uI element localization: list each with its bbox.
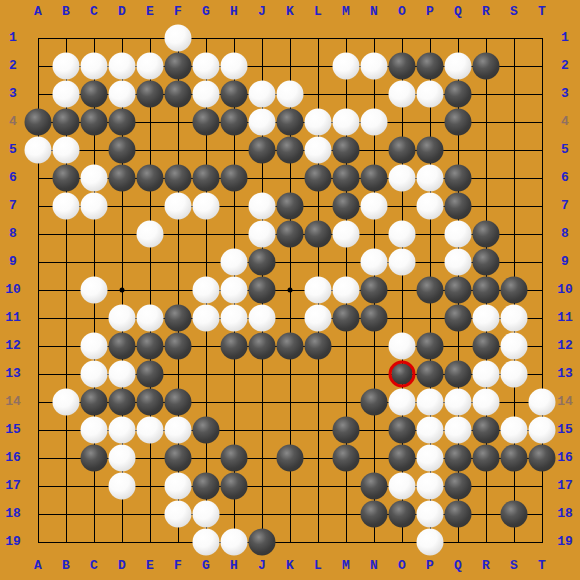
intersection-B9[interactable] bbox=[52, 248, 80, 276]
intersection-K10[interactable] bbox=[276, 276, 304, 304]
intersection-C4[interactable] bbox=[80, 108, 108, 136]
intersection-C6[interactable] bbox=[80, 164, 108, 192]
intersection-P11[interactable] bbox=[416, 304, 444, 332]
intersection-J7[interactable] bbox=[248, 192, 276, 220]
intersection-F15[interactable] bbox=[164, 416, 192, 444]
intersection-H11[interactable] bbox=[220, 304, 248, 332]
intersection-D3[interactable] bbox=[108, 80, 136, 108]
intersection-O17[interactable] bbox=[388, 472, 416, 500]
intersection-H17[interactable] bbox=[220, 472, 248, 500]
intersection-M18[interactable] bbox=[332, 500, 360, 528]
intersection-J12[interactable] bbox=[248, 332, 276, 360]
intersection-O3[interactable] bbox=[388, 80, 416, 108]
intersection-K2[interactable] bbox=[276, 52, 304, 80]
intersection-A15[interactable] bbox=[24, 416, 52, 444]
intersection-L12[interactable] bbox=[304, 332, 332, 360]
intersection-S3[interactable] bbox=[500, 80, 528, 108]
intersection-G6[interactable] bbox=[192, 164, 220, 192]
intersection-H16[interactable] bbox=[220, 444, 248, 472]
intersection-C16[interactable] bbox=[80, 444, 108, 472]
intersection-J17[interactable] bbox=[248, 472, 276, 500]
intersection-K17[interactable] bbox=[276, 472, 304, 500]
intersection-M2[interactable] bbox=[332, 52, 360, 80]
intersection-P5[interactable] bbox=[416, 136, 444, 164]
intersection-B5[interactable] bbox=[52, 136, 80, 164]
intersection-Q1[interactable] bbox=[444, 24, 472, 52]
intersection-F8[interactable] bbox=[164, 220, 192, 248]
intersection-E7[interactable] bbox=[136, 192, 164, 220]
intersection-O13[interactable] bbox=[388, 360, 416, 388]
intersection-L8[interactable] bbox=[304, 220, 332, 248]
intersection-S2[interactable] bbox=[500, 52, 528, 80]
intersection-S10[interactable] bbox=[500, 276, 528, 304]
intersection-P12[interactable] bbox=[416, 332, 444, 360]
intersection-C13[interactable] bbox=[80, 360, 108, 388]
intersection-M13[interactable] bbox=[332, 360, 360, 388]
intersection-R12[interactable] bbox=[472, 332, 500, 360]
intersection-O14[interactable] bbox=[388, 388, 416, 416]
intersection-C19[interactable] bbox=[80, 528, 108, 556]
intersection-B3[interactable] bbox=[52, 80, 80, 108]
intersection-G4[interactable] bbox=[192, 108, 220, 136]
intersection-P7[interactable] bbox=[416, 192, 444, 220]
intersection-J4[interactable] bbox=[248, 108, 276, 136]
intersection-K7[interactable] bbox=[276, 192, 304, 220]
intersection-D7[interactable] bbox=[108, 192, 136, 220]
intersection-S17[interactable] bbox=[500, 472, 528, 500]
intersection-Q16[interactable] bbox=[444, 444, 472, 472]
intersection-E3[interactable] bbox=[136, 80, 164, 108]
intersection-F6[interactable] bbox=[164, 164, 192, 192]
intersection-L17[interactable] bbox=[304, 472, 332, 500]
intersection-C2[interactable] bbox=[80, 52, 108, 80]
intersection-K1[interactable] bbox=[276, 24, 304, 52]
intersection-N17[interactable] bbox=[360, 472, 388, 500]
intersection-D5[interactable] bbox=[108, 136, 136, 164]
intersection-B16[interactable] bbox=[52, 444, 80, 472]
intersection-L7[interactable] bbox=[304, 192, 332, 220]
intersection-D2[interactable] bbox=[108, 52, 136, 80]
intersection-K11[interactable] bbox=[276, 304, 304, 332]
intersection-N12[interactable] bbox=[360, 332, 388, 360]
intersection-K12[interactable] bbox=[276, 332, 304, 360]
intersection-F14[interactable] bbox=[164, 388, 192, 416]
intersection-M4[interactable] bbox=[332, 108, 360, 136]
intersection-D16[interactable] bbox=[108, 444, 136, 472]
intersection-B4[interactable] bbox=[52, 108, 80, 136]
intersection-O4[interactable] bbox=[388, 108, 416, 136]
intersection-H4[interactable] bbox=[220, 108, 248, 136]
intersection-R1[interactable] bbox=[472, 24, 500, 52]
intersection-R19[interactable] bbox=[472, 528, 500, 556]
intersection-L11[interactable] bbox=[304, 304, 332, 332]
intersection-F5[interactable] bbox=[164, 136, 192, 164]
intersection-S15[interactable] bbox=[500, 416, 528, 444]
intersection-R18[interactable] bbox=[472, 500, 500, 528]
intersection-A7[interactable] bbox=[24, 192, 52, 220]
intersection-M16[interactable] bbox=[332, 444, 360, 472]
intersection-J6[interactable] bbox=[248, 164, 276, 192]
intersection-B11[interactable] bbox=[52, 304, 80, 332]
intersection-A10[interactable] bbox=[24, 276, 52, 304]
intersection-R7[interactable] bbox=[472, 192, 500, 220]
intersection-C5[interactable] bbox=[80, 136, 108, 164]
intersection-M9[interactable] bbox=[332, 248, 360, 276]
intersection-N11[interactable] bbox=[360, 304, 388, 332]
intersection-G18[interactable] bbox=[192, 500, 220, 528]
intersection-G14[interactable] bbox=[192, 388, 220, 416]
intersection-D19[interactable] bbox=[108, 528, 136, 556]
intersection-J15[interactable] bbox=[248, 416, 276, 444]
intersection-B19[interactable] bbox=[52, 528, 80, 556]
intersection-R4[interactable] bbox=[472, 108, 500, 136]
intersection-M1[interactable] bbox=[332, 24, 360, 52]
intersection-J8[interactable] bbox=[248, 220, 276, 248]
intersection-J9[interactable] bbox=[248, 248, 276, 276]
intersection-C12[interactable] bbox=[80, 332, 108, 360]
intersection-C7[interactable] bbox=[80, 192, 108, 220]
intersection-O5[interactable] bbox=[388, 136, 416, 164]
intersection-P3[interactable] bbox=[416, 80, 444, 108]
intersection-S16[interactable] bbox=[500, 444, 528, 472]
intersection-C1[interactable] bbox=[80, 24, 108, 52]
intersection-P16[interactable] bbox=[416, 444, 444, 472]
intersection-A3[interactable] bbox=[24, 80, 52, 108]
intersection-G19[interactable] bbox=[192, 528, 220, 556]
intersection-R2[interactable] bbox=[472, 52, 500, 80]
intersection-N2[interactable] bbox=[360, 52, 388, 80]
intersection-K5[interactable] bbox=[276, 136, 304, 164]
intersection-K13[interactable] bbox=[276, 360, 304, 388]
intersection-C11[interactable] bbox=[80, 304, 108, 332]
intersection-E6[interactable] bbox=[136, 164, 164, 192]
intersection-N10[interactable] bbox=[360, 276, 388, 304]
intersection-Q7[interactable] bbox=[444, 192, 472, 220]
intersection-Q11[interactable] bbox=[444, 304, 472, 332]
intersection-Q9[interactable] bbox=[444, 248, 472, 276]
intersection-P4[interactable] bbox=[416, 108, 444, 136]
intersection-P1[interactable] bbox=[416, 24, 444, 52]
intersection-H9[interactable] bbox=[220, 248, 248, 276]
intersection-D17[interactable] bbox=[108, 472, 136, 500]
intersection-F2[interactable] bbox=[164, 52, 192, 80]
intersection-S8[interactable] bbox=[500, 220, 528, 248]
intersection-L18[interactable] bbox=[304, 500, 332, 528]
intersection-G2[interactable] bbox=[192, 52, 220, 80]
intersection-D6[interactable] bbox=[108, 164, 136, 192]
intersection-N8[interactable] bbox=[360, 220, 388, 248]
intersection-O2[interactable] bbox=[388, 52, 416, 80]
intersection-O18[interactable] bbox=[388, 500, 416, 528]
intersection-Q10[interactable] bbox=[444, 276, 472, 304]
intersection-D14[interactable] bbox=[108, 388, 136, 416]
intersection-E5[interactable] bbox=[136, 136, 164, 164]
intersection-N13[interactable] bbox=[360, 360, 388, 388]
intersection-D11[interactable] bbox=[108, 304, 136, 332]
intersection-B2[interactable] bbox=[52, 52, 80, 80]
intersection-N9[interactable] bbox=[360, 248, 388, 276]
intersection-C9[interactable] bbox=[80, 248, 108, 276]
intersection-H7[interactable] bbox=[220, 192, 248, 220]
intersection-K9[interactable] bbox=[276, 248, 304, 276]
intersection-D4[interactable] bbox=[108, 108, 136, 136]
intersection-L2[interactable] bbox=[304, 52, 332, 80]
intersection-E2[interactable] bbox=[136, 52, 164, 80]
intersection-L5[interactable] bbox=[304, 136, 332, 164]
intersection-E13[interactable] bbox=[136, 360, 164, 388]
intersection-A12[interactable] bbox=[24, 332, 52, 360]
intersection-P14[interactable] bbox=[416, 388, 444, 416]
intersection-M6[interactable] bbox=[332, 164, 360, 192]
intersection-R9[interactable] bbox=[472, 248, 500, 276]
intersection-F4[interactable] bbox=[164, 108, 192, 136]
intersection-K3[interactable] bbox=[276, 80, 304, 108]
intersection-H19[interactable] bbox=[220, 528, 248, 556]
intersection-P9[interactable] bbox=[416, 248, 444, 276]
intersection-S11[interactable] bbox=[500, 304, 528, 332]
intersection-B1[interactable] bbox=[52, 24, 80, 52]
intersection-F1[interactable] bbox=[164, 24, 192, 52]
intersection-P6[interactable] bbox=[416, 164, 444, 192]
intersection-O6[interactable] bbox=[388, 164, 416, 192]
intersection-G11[interactable] bbox=[192, 304, 220, 332]
intersection-P10[interactable] bbox=[416, 276, 444, 304]
intersection-Q19[interactable] bbox=[444, 528, 472, 556]
intersection-F11[interactable] bbox=[164, 304, 192, 332]
intersection-J10[interactable] bbox=[248, 276, 276, 304]
intersection-P8[interactable] bbox=[416, 220, 444, 248]
intersection-S12[interactable] bbox=[500, 332, 528, 360]
intersection-Q4[interactable] bbox=[444, 108, 472, 136]
intersection-R16[interactable] bbox=[472, 444, 500, 472]
intersection-D1[interactable] bbox=[108, 24, 136, 52]
intersection-P18[interactable] bbox=[416, 500, 444, 528]
intersection-C17[interactable] bbox=[80, 472, 108, 500]
intersection-O15[interactable] bbox=[388, 416, 416, 444]
intersection-S18[interactable] bbox=[500, 500, 528, 528]
intersection-C8[interactable] bbox=[80, 220, 108, 248]
intersection-M15[interactable] bbox=[332, 416, 360, 444]
intersection-B13[interactable] bbox=[52, 360, 80, 388]
intersection-L13[interactable] bbox=[304, 360, 332, 388]
intersection-K18[interactable] bbox=[276, 500, 304, 528]
intersection-R6[interactable] bbox=[472, 164, 500, 192]
intersection-H14[interactable] bbox=[220, 388, 248, 416]
intersection-B6[interactable] bbox=[52, 164, 80, 192]
intersection-S1[interactable] bbox=[500, 24, 528, 52]
intersection-S9[interactable] bbox=[500, 248, 528, 276]
intersection-L6[interactable] bbox=[304, 164, 332, 192]
intersection-K16[interactable] bbox=[276, 444, 304, 472]
intersection-C18[interactable] bbox=[80, 500, 108, 528]
intersection-B7[interactable] bbox=[52, 192, 80, 220]
intersection-M10[interactable] bbox=[332, 276, 360, 304]
intersection-D9[interactable] bbox=[108, 248, 136, 276]
intersection-F19[interactable] bbox=[164, 528, 192, 556]
intersection-D18[interactable] bbox=[108, 500, 136, 528]
intersection-Q18[interactable] bbox=[444, 500, 472, 528]
intersection-A6[interactable] bbox=[24, 164, 52, 192]
intersection-N14[interactable] bbox=[360, 388, 388, 416]
intersection-R5[interactable] bbox=[472, 136, 500, 164]
intersection-N6[interactable] bbox=[360, 164, 388, 192]
intersection-J14[interactable] bbox=[248, 388, 276, 416]
intersection-O10[interactable] bbox=[388, 276, 416, 304]
intersection-C10[interactable] bbox=[80, 276, 108, 304]
intersection-J3[interactable] bbox=[248, 80, 276, 108]
intersection-L15[interactable] bbox=[304, 416, 332, 444]
intersection-O1[interactable] bbox=[388, 24, 416, 52]
intersection-Q5[interactable] bbox=[444, 136, 472, 164]
intersection-F3[interactable] bbox=[164, 80, 192, 108]
intersection-J2[interactable] bbox=[248, 52, 276, 80]
intersection-S19[interactable] bbox=[500, 528, 528, 556]
intersection-K14[interactable] bbox=[276, 388, 304, 416]
intersection-K4[interactable] bbox=[276, 108, 304, 136]
intersection-L19[interactable] bbox=[304, 528, 332, 556]
intersection-N19[interactable] bbox=[360, 528, 388, 556]
intersection-J13[interactable] bbox=[248, 360, 276, 388]
intersection-F12[interactable] bbox=[164, 332, 192, 360]
intersection-B8[interactable] bbox=[52, 220, 80, 248]
intersection-F18[interactable] bbox=[164, 500, 192, 528]
intersection-A13[interactable] bbox=[24, 360, 52, 388]
intersection-M7[interactable] bbox=[332, 192, 360, 220]
intersection-J19[interactable] bbox=[248, 528, 276, 556]
intersection-E8[interactable] bbox=[136, 220, 164, 248]
intersection-S14[interactable] bbox=[500, 388, 528, 416]
intersection-G16[interactable] bbox=[192, 444, 220, 472]
intersection-O19[interactable] bbox=[388, 528, 416, 556]
intersection-B17[interactable] bbox=[52, 472, 80, 500]
intersection-G10[interactable] bbox=[192, 276, 220, 304]
intersection-N7[interactable] bbox=[360, 192, 388, 220]
intersection-L14[interactable] bbox=[304, 388, 332, 416]
intersection-H15[interactable] bbox=[220, 416, 248, 444]
intersection-E19[interactable] bbox=[136, 528, 164, 556]
intersection-E9[interactable] bbox=[136, 248, 164, 276]
intersection-B18[interactable] bbox=[52, 500, 80, 528]
intersection-Q14[interactable] bbox=[444, 388, 472, 416]
intersection-Q12[interactable] bbox=[444, 332, 472, 360]
intersection-L9[interactable] bbox=[304, 248, 332, 276]
intersection-G12[interactable] bbox=[192, 332, 220, 360]
intersection-E15[interactable] bbox=[136, 416, 164, 444]
intersection-M19[interactable] bbox=[332, 528, 360, 556]
intersection-R14[interactable] bbox=[472, 388, 500, 416]
intersection-Q8[interactable] bbox=[444, 220, 472, 248]
intersection-Q17[interactable] bbox=[444, 472, 472, 500]
intersection-R13[interactable] bbox=[472, 360, 500, 388]
intersection-N18[interactable] bbox=[360, 500, 388, 528]
intersection-Q15[interactable] bbox=[444, 416, 472, 444]
intersection-F9[interactable] bbox=[164, 248, 192, 276]
intersection-A14[interactable] bbox=[24, 388, 52, 416]
intersection-A19[interactable] bbox=[24, 528, 52, 556]
intersection-G1[interactable] bbox=[192, 24, 220, 52]
intersection-K6[interactable] bbox=[276, 164, 304, 192]
intersection-S7[interactable] bbox=[500, 192, 528, 220]
intersection-O12[interactable] bbox=[388, 332, 416, 360]
intersection-S6[interactable] bbox=[500, 164, 528, 192]
intersection-N3[interactable] bbox=[360, 80, 388, 108]
intersection-A2[interactable] bbox=[24, 52, 52, 80]
intersection-Q3[interactable] bbox=[444, 80, 472, 108]
intersection-M14[interactable] bbox=[332, 388, 360, 416]
intersection-P15[interactable] bbox=[416, 416, 444, 444]
intersection-R11[interactable] bbox=[472, 304, 500, 332]
intersection-E4[interactable] bbox=[136, 108, 164, 136]
intersection-M5[interactable] bbox=[332, 136, 360, 164]
intersection-D12[interactable] bbox=[108, 332, 136, 360]
intersection-M8[interactable] bbox=[332, 220, 360, 248]
intersection-S4[interactable] bbox=[500, 108, 528, 136]
intersection-P19[interactable] bbox=[416, 528, 444, 556]
intersection-Q2[interactable] bbox=[444, 52, 472, 80]
intersection-B12[interactable] bbox=[52, 332, 80, 360]
intersection-E1[interactable] bbox=[136, 24, 164, 52]
intersection-N15[interactable] bbox=[360, 416, 388, 444]
intersection-H8[interactable] bbox=[220, 220, 248, 248]
intersection-C14[interactable] bbox=[80, 388, 108, 416]
intersection-F17[interactable] bbox=[164, 472, 192, 500]
intersection-G8[interactable] bbox=[192, 220, 220, 248]
intersection-G17[interactable] bbox=[192, 472, 220, 500]
intersection-F10[interactable] bbox=[164, 276, 192, 304]
intersection-J16[interactable] bbox=[248, 444, 276, 472]
intersection-B15[interactable] bbox=[52, 416, 80, 444]
intersection-H13[interactable] bbox=[220, 360, 248, 388]
intersection-O11[interactable] bbox=[388, 304, 416, 332]
intersection-E12[interactable] bbox=[136, 332, 164, 360]
intersection-J5[interactable] bbox=[248, 136, 276, 164]
intersection-A1[interactable] bbox=[24, 24, 52, 52]
intersection-L10[interactable] bbox=[304, 276, 332, 304]
intersection-R17[interactable] bbox=[472, 472, 500, 500]
intersection-E18[interactable] bbox=[136, 500, 164, 528]
intersection-K15[interactable] bbox=[276, 416, 304, 444]
intersection-H2[interactable] bbox=[220, 52, 248, 80]
intersection-D10[interactable] bbox=[108, 276, 136, 304]
intersection-Q6[interactable] bbox=[444, 164, 472, 192]
intersection-S13[interactable] bbox=[500, 360, 528, 388]
intersection-G15[interactable] bbox=[192, 416, 220, 444]
intersection-P13[interactable] bbox=[416, 360, 444, 388]
intersection-J18[interactable] bbox=[248, 500, 276, 528]
intersection-O7[interactable] bbox=[388, 192, 416, 220]
intersection-N5[interactable] bbox=[360, 136, 388, 164]
intersection-D15[interactable] bbox=[108, 416, 136, 444]
intersection-A9[interactable] bbox=[24, 248, 52, 276]
intersection-M3[interactable] bbox=[332, 80, 360, 108]
intersection-A8[interactable] bbox=[24, 220, 52, 248]
intersection-F16[interactable] bbox=[164, 444, 192, 472]
intersection-R10[interactable] bbox=[472, 276, 500, 304]
intersection-P2[interactable] bbox=[416, 52, 444, 80]
intersection-Q13[interactable] bbox=[444, 360, 472, 388]
intersection-N16[interactable] bbox=[360, 444, 388, 472]
intersection-R8[interactable] bbox=[472, 220, 500, 248]
intersection-A18[interactable] bbox=[24, 500, 52, 528]
intersection-H1[interactable] bbox=[220, 24, 248, 52]
intersection-F7[interactable] bbox=[164, 192, 192, 220]
intersection-H12[interactable] bbox=[220, 332, 248, 360]
intersection-C3[interactable] bbox=[80, 80, 108, 108]
intersection-M12[interactable] bbox=[332, 332, 360, 360]
intersection-L16[interactable] bbox=[304, 444, 332, 472]
intersection-A17[interactable] bbox=[24, 472, 52, 500]
intersection-R15[interactable] bbox=[472, 416, 500, 444]
